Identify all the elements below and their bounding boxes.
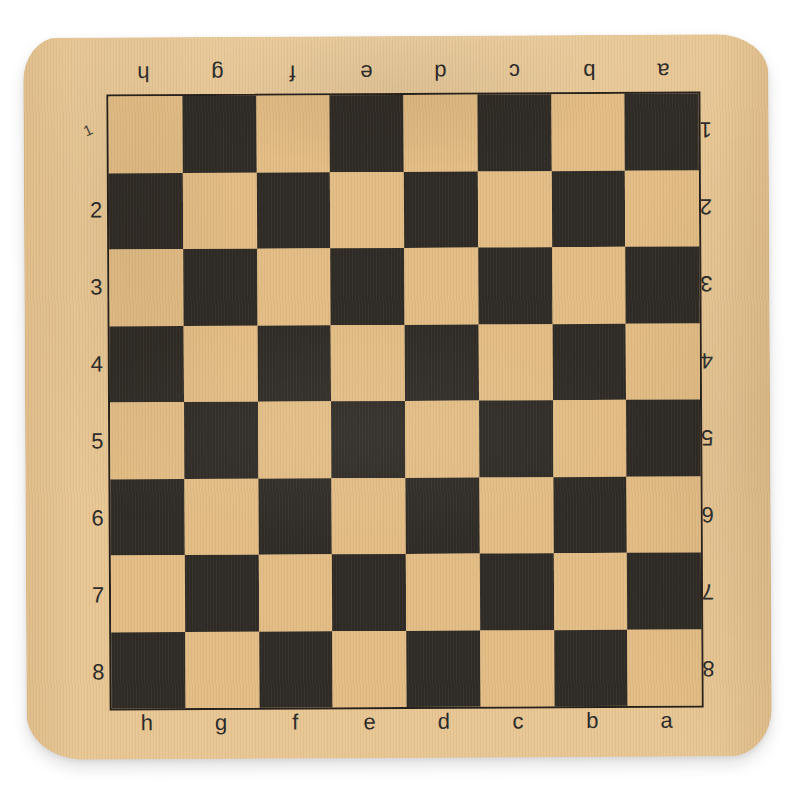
square-h7	[111, 555, 185, 632]
product-photo: hgfedcba 12345678 12345678 hgfedcba	[0, 0, 800, 800]
square-e5	[331, 401, 405, 478]
rank-label-right-8: 8	[690, 630, 726, 707]
square-d2	[404, 171, 478, 248]
square-h5	[110, 402, 184, 479]
square-c4	[478, 324, 552, 401]
file-label-bottom-c: c	[481, 699, 555, 743]
square-b3	[552, 247, 626, 324]
square-f1	[256, 95, 330, 172]
square-h2	[109, 173, 183, 250]
square-f6	[258, 478, 332, 555]
square-d1	[403, 95, 477, 172]
square-e4	[331, 324, 405, 401]
square-f7	[258, 554, 332, 631]
rank-label-left-2: 2	[78, 171, 114, 248]
square-b5	[553, 400, 627, 477]
square-g4	[183, 325, 257, 402]
square-b4	[552, 323, 626, 400]
rank-label-left-8: 8	[80, 633, 116, 710]
square-d7	[406, 554, 480, 631]
square-e3	[330, 248, 404, 325]
square-c5	[479, 400, 553, 477]
file-label-top-e: e	[329, 52, 403, 92]
rank-label-left-5: 5	[79, 402, 115, 479]
square-f5	[258, 401, 332, 478]
square-e1	[330, 95, 404, 172]
square-g8	[185, 631, 259, 708]
rank-label-right-5: 5	[689, 399, 725, 476]
square-d3	[404, 248, 478, 325]
square-c1	[477, 94, 551, 171]
file-label-bottom-d: d	[407, 700, 481, 744]
file-label-top-d: d	[403, 52, 477, 92]
file-labels-bottom: hgfedcba	[110, 698, 704, 745]
file-label-bottom-b: b	[555, 699, 629, 743]
square-b2	[551, 170, 625, 247]
square-b1	[551, 94, 625, 171]
square-g6	[184, 478, 258, 555]
rank-label-left-4: 4	[79, 325, 115, 402]
file-label-top-h: h	[106, 53, 180, 93]
square-c3	[478, 247, 552, 324]
square-d8	[406, 630, 480, 707]
rank-label-left-6: 6	[79, 479, 115, 556]
chess-mat: hgfedcba 12345678 12345678 hgfedcba	[23, 34, 772, 760]
square-d6	[405, 477, 479, 554]
square-b7	[553, 553, 627, 630]
square-f8	[259, 631, 333, 708]
chess-board-grid	[106, 91, 703, 710]
rank-labels-right: 12345678	[687, 91, 726, 707]
square-h6	[110, 479, 184, 556]
file-label-bottom-a: a	[629, 698, 703, 742]
file-label-top-a: a	[626, 50, 700, 90]
square-h1	[108, 96, 182, 173]
square-h8	[111, 632, 185, 709]
square-e7	[332, 554, 406, 631]
file-label-top-f: f	[255, 52, 329, 92]
rank-label-left-3: 3	[78, 248, 114, 325]
square-b8	[554, 629, 628, 706]
rank-label-right-6: 6	[689, 476, 725, 553]
file-label-bottom-h: h	[110, 701, 184, 745]
square-f3	[257, 248, 331, 325]
square-e2	[330, 171, 404, 248]
square-g1	[182, 96, 256, 173]
file-label-top-g: g	[180, 53, 254, 93]
rank-label-left-1: 1	[55, 88, 119, 173]
square-c8	[480, 630, 554, 707]
file-label-bottom-e: e	[332, 700, 406, 744]
rank-label-right-4: 4	[689, 322, 725, 399]
file-label-bottom-f: f	[258, 700, 332, 744]
square-g5	[184, 402, 258, 479]
square-c6	[479, 477, 553, 554]
rank-label-left-7: 7	[80, 556, 116, 633]
file-label-top-b: b	[552, 51, 626, 91]
file-labels-top: hgfedcba	[106, 50, 700, 93]
square-g2	[183, 172, 257, 249]
square-h4	[110, 326, 184, 403]
square-b6	[553, 476, 627, 553]
square-c2	[478, 171, 552, 248]
square-e8	[332, 630, 406, 707]
square-g3	[183, 249, 257, 326]
file-label-top-c: c	[477, 51, 551, 91]
square-e6	[332, 477, 406, 554]
square-c7	[480, 553, 554, 630]
rank-label-right-2: 2	[688, 168, 724, 245]
square-d4	[405, 324, 479, 401]
rank-label-right-7: 7	[690, 553, 726, 630]
rank-label-right-1: 1	[687, 91, 723, 168]
square-f2	[256, 172, 330, 249]
square-f4	[257, 325, 331, 402]
rank-label-right-3: 3	[688, 245, 724, 322]
square-g7	[185, 555, 259, 632]
rank-labels-left: 12345678	[77, 94, 116, 710]
square-d5	[405, 401, 479, 478]
file-label-bottom-g: g	[184, 701, 258, 745]
square-h3	[109, 249, 183, 326]
